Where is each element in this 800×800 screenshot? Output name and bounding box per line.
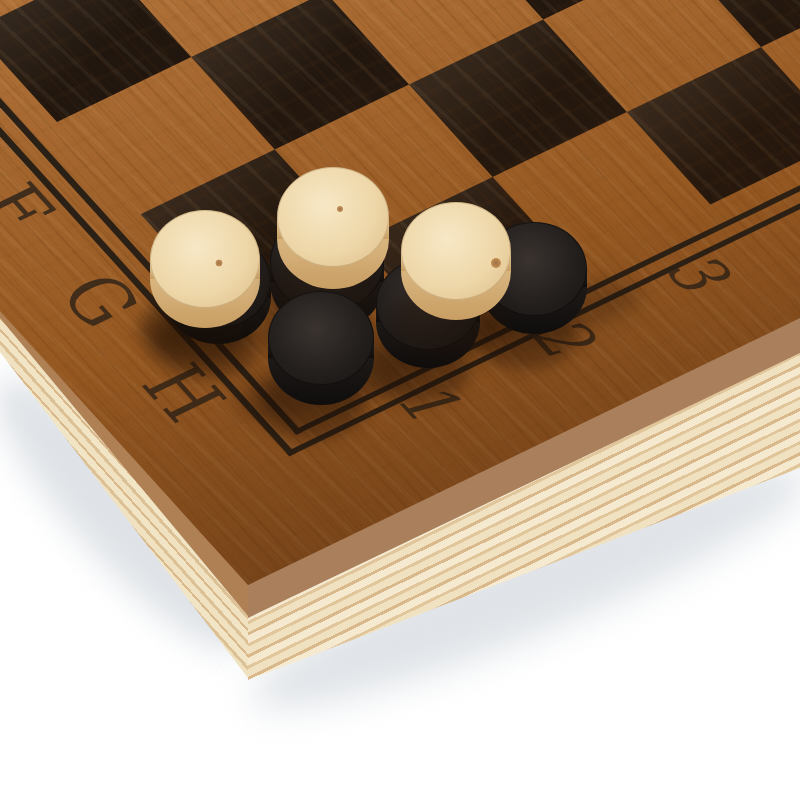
file-label-F: F xyxy=(0,174,67,242)
checker-top xyxy=(150,210,260,308)
file-label-G: G xyxy=(46,264,152,337)
wood-knot xyxy=(216,259,223,266)
checker-light-top-stacked[interactable] xyxy=(277,167,389,289)
wood-knot xyxy=(337,206,343,212)
checker-light-left[interactable] xyxy=(150,210,260,328)
checker-dark-front[interactable] xyxy=(268,291,374,405)
checker-top xyxy=(401,202,511,300)
rank-label-3: 3 xyxy=(653,244,738,300)
wood-knot xyxy=(491,258,501,268)
checker-top xyxy=(268,291,374,385)
checker-light-right[interactable] xyxy=(401,202,511,320)
checker-top xyxy=(277,167,389,267)
board-photo-scene: FGH123 xyxy=(0,0,800,800)
